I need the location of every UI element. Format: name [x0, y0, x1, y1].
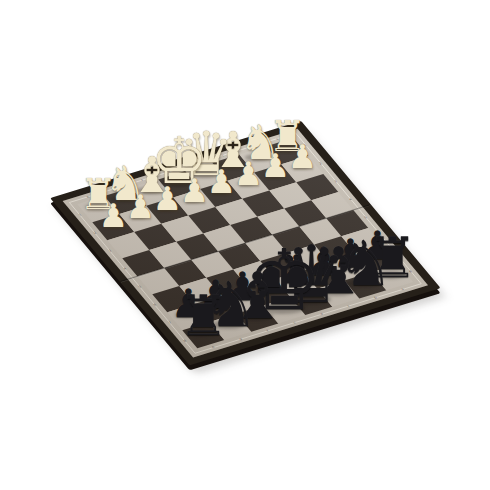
- chess-board: 1122334455667788hhggffeeddccbbaa: [50, 121, 441, 366]
- product-photo-stage: 1122334455667788hhggffeeddccbbaa ♜♞♝♛♚♝♞…: [0, 0, 490, 490]
